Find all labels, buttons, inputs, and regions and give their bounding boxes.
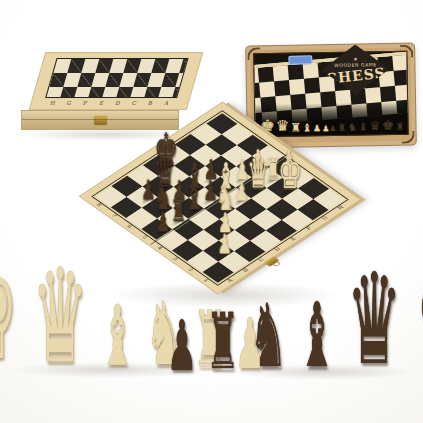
- rank-label-8: 8: [88, 197, 111, 212]
- box-light-queen: ♛: [276, 119, 290, 134]
- folded-board-top: HGFEDCBA: [29, 52, 204, 110]
- box-light-bishop: ♝: [302, 122, 312, 133]
- box-dark-rook: ♜: [337, 123, 346, 133]
- box-dark-king: ♚: [382, 118, 395, 132]
- box-light-rook: ♜: [290, 122, 301, 134]
- product-photo-stage: HGFEDCBA ♚♛♜♝♟♟ ♟♜♞♝♛♚♜ ✶ WOODEN GAME CH…: [0, 0, 423, 423]
- retail-box: ♚♛♜♝♟♟ ♟♜♞♝♛♚♜ ✶ WOODEN GAME CHESS: [245, 43, 417, 149]
- piece-black-pawn: ♟: [153, 208, 173, 235]
- white-queen-figure: ♛: [32, 254, 88, 377]
- star-icon: ✶: [353, 56, 358, 62]
- rank-label-6: 6: [118, 219, 141, 234]
- box-pieces-strip: ♚♛♜♝♟♟ ♟♜♞♝♛♚♜: [255, 102, 408, 137]
- folded-board-file-labels: HGFEDCBA: [43, 99, 176, 108]
- folded-board-checker: [46, 59, 187, 97]
- brass-clasp-icon: [94, 116, 107, 125]
- black-row-shadow: [230, 364, 416, 380]
- box-light-pieces: ♚♛♜♝♟♟: [260, 117, 329, 134]
- box-dark-pawn: ♟: [329, 125, 336, 133]
- price-sticker: [288, 55, 312, 64]
- white-king-figure: ♚: [0, 244, 18, 377]
- black-king-figure: ♚: [415, 246, 423, 379]
- black-queen-figure: ♛: [347, 259, 402, 379]
- box-dark-pieces: ♟♜♞♝♛♚♜: [329, 118, 404, 133]
- piece-white-pawn: ♟: [215, 230, 235, 257]
- box-dark-queen: ♛: [369, 119, 381, 132]
- box-light-pawn: ♟: [313, 124, 321, 133]
- rank-label-7: 7: [103, 208, 126, 223]
- box-dark-knight: ♞: [347, 122, 357, 133]
- box-dark-rook: ♜: [395, 122, 404, 132]
- black-pieces-row: ♟♜♞♝♛♚: [227, 256, 419, 378]
- closed-file-label-a: A: [157, 99, 176, 108]
- piece-white-king: ♚: [278, 150, 298, 195]
- box-dark-bishop: ♝: [358, 121, 368, 132]
- white-row-shadow: [10, 362, 210, 378]
